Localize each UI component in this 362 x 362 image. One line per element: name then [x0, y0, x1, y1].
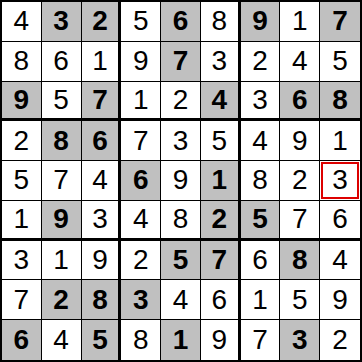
cell-r7c6[interactable]: 7 — [201, 241, 241, 281]
cell-r8c6[interactable]: 6 — [201, 280, 241, 320]
cell-r3c4[interactable]: 1 — [121, 82, 161, 122]
cell-r2c2[interactable]: 6 — [42, 42, 82, 82]
cell-r7c3[interactable]: 9 — [82, 241, 122, 281]
cell-r8c5[interactable]: 4 — [161, 280, 201, 320]
cell-r9c4[interactable]: 8 — [121, 320, 161, 360]
cell-r9c5[interactable]: 1 — [161, 320, 201, 360]
cell-r2c8[interactable]: 4 — [280, 42, 320, 82]
cell-r7c8[interactable]: 8 — [280, 241, 320, 281]
cell-r8c4[interactable]: 3 — [121, 280, 161, 320]
cell-r5c7[interactable]: 8 — [241, 161, 281, 201]
cell-r6c3[interactable]: 3 — [82, 201, 122, 241]
cell-r5c5[interactable]: 9 — [161, 161, 201, 201]
cell-r6c7[interactable]: 5 — [241, 201, 281, 241]
cell-r1c1[interactable]: 4 — [2, 2, 42, 42]
cell-r9c7[interactable]: 7 — [241, 320, 281, 360]
cell-r8c2[interactable]: 2 — [42, 280, 82, 320]
cell-r4c4[interactable]: 7 — [121, 121, 161, 161]
cell-r2c3[interactable]: 1 — [82, 42, 122, 82]
cell-r5c8[interactable]: 2 — [280, 161, 320, 201]
cell-r9c8[interactable]: 3 — [280, 320, 320, 360]
cell-r9c1[interactable]: 6 — [2, 320, 42, 360]
cell-r5c2[interactable]: 7 — [42, 161, 82, 201]
cell-r6c6[interactable]: 2 — [201, 201, 241, 241]
cell-r1c2[interactable]: 3 — [42, 2, 82, 42]
cell-r8c8[interactable]: 5 — [280, 280, 320, 320]
cell-r6c1[interactable]: 1 — [2, 201, 42, 241]
cell-r9c3[interactable]: 5 — [82, 320, 122, 360]
selected-cell-r5c9[interactable]: 3 — [320, 161, 360, 201]
cell-r4c7[interactable]: 4 — [241, 121, 281, 161]
cell-r4c2[interactable]: 8 — [42, 121, 82, 161]
cell-r3c8[interactable]: 6 — [280, 82, 320, 122]
cell-r2c9[interactable]: 5 — [320, 42, 360, 82]
cell-r5c6[interactable]: 1 — [201, 161, 241, 201]
cell-r4c1[interactable]: 2 — [2, 121, 42, 161]
cell-r1c7[interactable]: 9 — [241, 2, 281, 42]
cell-r3c5[interactable]: 2 — [161, 82, 201, 122]
cell-r3c6[interactable]: 4 — [201, 82, 241, 122]
cell-r5c4[interactable]: 6 — [121, 161, 161, 201]
cell-r4c5[interactable]: 3 — [161, 121, 201, 161]
cell-r3c2[interactable]: 5 — [42, 82, 82, 122]
cell-r4c3[interactable]: 6 — [82, 121, 122, 161]
cell-r7c4[interactable]: 2 — [121, 241, 161, 281]
cell-r8c3[interactable]: 8 — [82, 280, 122, 320]
cell-r3c9[interactable]: 8 — [320, 82, 360, 122]
cell-r7c7[interactable]: 6 — [241, 241, 281, 281]
cell-r7c2[interactable]: 1 — [42, 241, 82, 281]
cell-r2c4[interactable]: 9 — [121, 42, 161, 82]
cell-r9c9[interactable]: 2 — [320, 320, 360, 360]
cell-r5c1[interactable]: 5 — [2, 161, 42, 201]
cell-r9c6[interactable]: 9 — [201, 320, 241, 360]
cell-r1c3[interactable]: 2 — [82, 2, 122, 42]
cell-r6c9[interactable]: 6 — [320, 201, 360, 241]
cell-r6c8[interactable]: 7 — [280, 201, 320, 241]
cell-r2c1[interactable]: 8 — [2, 42, 42, 82]
cell-r8c1[interactable]: 7 — [2, 280, 42, 320]
cell-r4c6[interactable]: 5 — [201, 121, 241, 161]
cell-r8c7[interactable]: 1 — [241, 280, 281, 320]
cell-r3c3[interactable]: 7 — [82, 82, 122, 122]
cell-r4c8[interactable]: 9 — [280, 121, 320, 161]
cell-r3c1[interactable]: 9 — [2, 82, 42, 122]
cell-r4c9[interactable]: 1 — [320, 121, 360, 161]
cell-r7c5[interactable]: 5 — [161, 241, 201, 281]
cell-r7c1[interactable]: 3 — [2, 241, 42, 281]
sudoku-board: 4325689178619732459571243682867354915746… — [0, 0, 362, 362]
cell-r1c8[interactable]: 1 — [280, 2, 320, 42]
cell-r7c9[interactable]: 4 — [320, 241, 360, 281]
cell-r1c4[interactable]: 5 — [121, 2, 161, 42]
cell-r1c9[interactable]: 7 — [320, 2, 360, 42]
cell-r1c6[interactable]: 8 — [201, 2, 241, 42]
cell-r9c2[interactable]: 4 — [42, 320, 82, 360]
cell-r8c9[interactable]: 9 — [320, 280, 360, 320]
cell-r2c7[interactable]: 2 — [241, 42, 281, 82]
cell-r1c5[interactable]: 6 — [161, 2, 201, 42]
cell-r6c5[interactable]: 8 — [161, 201, 201, 241]
cell-r5c3[interactable]: 4 — [82, 161, 122, 201]
cell-r2c6[interactable]: 3 — [201, 42, 241, 82]
cell-r3c7[interactable]: 3 — [241, 82, 281, 122]
cell-r2c5[interactable]: 7 — [161, 42, 201, 82]
cell-r6c2[interactable]: 9 — [42, 201, 82, 241]
cell-r6c4[interactable]: 4 — [121, 201, 161, 241]
